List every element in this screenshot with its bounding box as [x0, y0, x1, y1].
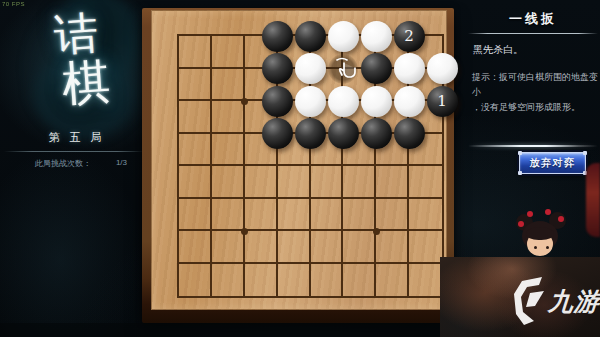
stone-black — [361, 118, 392, 149]
attempts-row: 此局挑战次数： 1/3 — [35, 158, 127, 169]
stone-black — [262, 86, 293, 117]
give-up-button[interactable]: 放弃对弈 — [519, 152, 586, 174]
board-wood-surface: 21 — [151, 10, 447, 310]
red-bow — [518, 221, 524, 227]
calligraphy-char-jie: 诘 — [53, 11, 100, 58]
fps-counter: 70 FPS — [2, 1, 25, 7]
stone-black — [262, 118, 293, 149]
stone-black — [295, 21, 326, 52]
left-panel-divider — [4, 151, 145, 152]
stone-black: 2 — [394, 21, 425, 52]
stone-white — [295, 53, 326, 84]
puzzle-info-panel: 一线扳 黑先杀白。 提示：扳可使白棋所围的地盘变小 ，没有足够空间形成眼形。 — [468, 10, 598, 115]
title-underline — [468, 33, 598, 34]
stone-black — [328, 118, 359, 149]
red-bow — [558, 216, 564, 222]
nine-game-logo-icon — [511, 276, 545, 326]
girl-bangs — [526, 227, 554, 240]
stone-white — [328, 21, 359, 52]
red-bow — [527, 211, 533, 217]
stone-white — [295, 86, 326, 117]
hint-ghost-stone[interactable] — [328, 54, 358, 84]
puzzle-task: 黑先杀白。 — [468, 43, 598, 57]
move-number-label: 1 — [427, 86, 458, 117]
stone-black — [394, 118, 425, 149]
stone-white — [394, 53, 425, 84]
puzzle-title: 一线扳 — [468, 10, 598, 28]
hint-line-2: ，没有足够空间形成眼形。 — [472, 100, 598, 115]
stone-white — [394, 86, 425, 117]
stone-black — [361, 53, 392, 84]
attempts-value: 1/3 — [116, 158, 127, 169]
stone-white — [427, 53, 458, 84]
game-number-label: 第五局 — [0, 130, 150, 145]
nine-game-watermark: 九游 — [511, 273, 600, 329]
button-divider — [468, 145, 598, 147]
attempts-label: 此局挑战次数： — [35, 158, 91, 169]
stone-black: 1 — [427, 86, 458, 117]
stone-white — [361, 86, 392, 117]
board-points[interactable]: 21 — [179, 36, 442, 296]
star-point — [373, 228, 380, 235]
board-bottom-shadow — [0, 323, 440, 337]
stone-black — [262, 21, 293, 52]
go-board: 21 — [142, 8, 454, 323]
game-screen: 70 FPS 诘 棋 第五局 此局挑战次数： 1/3 21 一线扳 黑先杀白。 — [0, 0, 600, 337]
star-point — [241, 228, 248, 235]
calligraphy-char-qi: 棋 — [60, 56, 111, 107]
stone-white — [361, 21, 392, 52]
girl-character — [505, 203, 585, 257]
red-bow — [545, 209, 551, 215]
stone-black — [262, 53, 293, 84]
red-costume-decoration — [586, 163, 600, 237]
puzzle-hint: 提示：扳可使白棋所围的地盘变小 ，没有足够空间形成眼形。 — [468, 70, 598, 115]
move-number-label: 2 — [394, 21, 425, 52]
star-point — [241, 98, 248, 105]
girl-eye — [546, 246, 549, 249]
stone-white — [328, 86, 359, 117]
stone-black — [295, 118, 326, 149]
nine-game-logo-text: 九游 — [547, 285, 600, 318]
hint-line-1: 提示：扳可使白棋所围的地盘变小 — [472, 70, 598, 100]
girl-eye — [534, 246, 537, 249]
hand-cursor-icon — [334, 57, 358, 81]
